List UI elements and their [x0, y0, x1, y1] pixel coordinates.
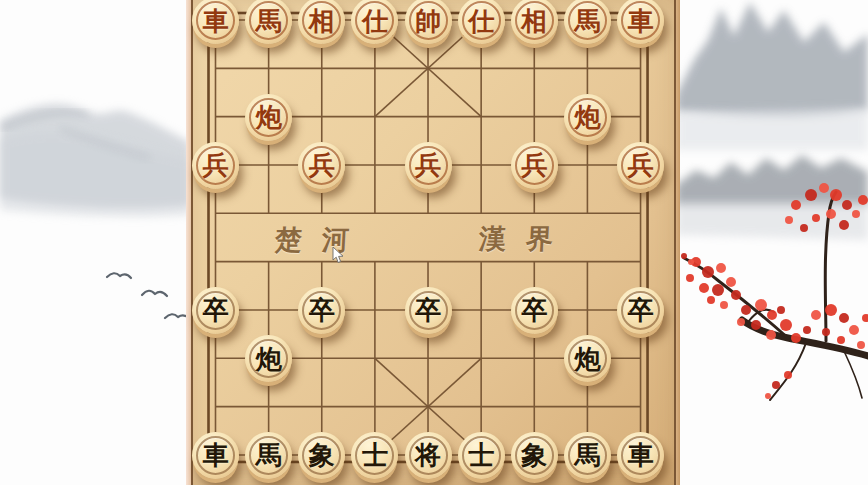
piece-character: 卒: [415, 297, 441, 323]
piece-red-兵[interactable]: 兵: [511, 142, 558, 189]
piece-character: 象: [309, 442, 335, 468]
piece-black-卒[interactable]: 卒: [405, 287, 452, 334]
piece-black-車[interactable]: 車: [192, 432, 239, 479]
plum-blossoms-icon: [681, 183, 868, 399]
piece-character: 卒: [628, 297, 654, 323]
piece-character: 兵: [415, 152, 441, 178]
river-label-chu-he: 楚河: [251, 222, 393, 258]
piece-character: 馬: [574, 8, 600, 34]
piece-character: 炮: [574, 104, 600, 130]
piece-red-兵[interactable]: 兵: [298, 142, 345, 189]
piece-black-象[interactable]: 象: [298, 432, 345, 479]
piece-red-兵[interactable]: 兵: [617, 142, 664, 189]
piece-character: 車: [628, 8, 654, 34]
piece-black-卒[interactable]: 卒: [617, 287, 664, 334]
piece-black-馬[interactable]: 馬: [564, 432, 611, 479]
piece-character: 卒: [203, 297, 229, 323]
piece-character: 帥: [415, 8, 441, 34]
piece-black-馬[interactable]: 馬: [245, 432, 292, 479]
piece-character: 仕: [362, 8, 388, 34]
piece-character: 将: [415, 442, 441, 468]
mouse-cursor-icon: [332, 247, 344, 265]
piece-black-象[interactable]: 象: [511, 432, 558, 479]
piece-character: 仕: [468, 8, 494, 34]
piece-character: 炮: [256, 346, 282, 372]
piece-character: 兵: [309, 152, 335, 178]
piece-character: 相: [309, 8, 335, 34]
river-label-han-jie: 漢界: [455, 221, 597, 257]
piece-character: 車: [203, 8, 229, 34]
plum-branch-icon: [684, 192, 868, 400]
piece-character: 相: [521, 8, 547, 34]
piece-character: 卒: [521, 297, 547, 323]
mountains-right-icon: [676, 2, 868, 240]
piece-red-仕[interactable]: 仕: [458, 0, 505, 44]
xiangqi-board[interactable]: 楚河 漢界 車馬相仕帥仕相馬車炮炮兵兵兵兵兵卒卒卒卒卒炮炮車馬象士将士象馬車: [186, 0, 680, 485]
piece-character: 士: [468, 442, 494, 468]
mountains-left-icon: [0, 104, 190, 217]
piece-black-卒[interactable]: 卒: [511, 287, 558, 334]
piece-character: 車: [628, 442, 654, 468]
left-ink-mountains-art: [0, 0, 190, 485]
piece-character: 馬: [256, 442, 282, 468]
piece-red-炮[interactable]: 炮: [245, 94, 292, 141]
piece-character: 馬: [256, 8, 282, 34]
piece-character: 車: [203, 442, 229, 468]
piece-character: 炮: [256, 104, 282, 130]
piece-character: 炮: [574, 346, 600, 372]
piece-black-士[interactable]: 士: [458, 432, 505, 479]
piece-black-将[interactable]: 将: [405, 432, 452, 479]
piece-red-相[interactable]: 相: [511, 0, 558, 44]
piece-red-兵[interactable]: 兵: [192, 142, 239, 189]
piece-character: 卒: [309, 297, 335, 323]
piece-black-車[interactable]: 車: [617, 432, 664, 479]
piece-character: 士: [362, 442, 388, 468]
piece-red-炮[interactable]: 炮: [564, 94, 611, 141]
piece-character: 兵: [628, 152, 654, 178]
piece-black-卒[interactable]: 卒: [298, 287, 345, 334]
piece-black-卒[interactable]: 卒: [192, 287, 239, 334]
piece-red-帥[interactable]: 帥: [405, 0, 452, 44]
piece-character: 馬: [574, 442, 600, 468]
piece-character: 兵: [203, 152, 229, 178]
piece-character: 象: [521, 442, 547, 468]
piece-character: 兵: [521, 152, 547, 178]
xiangqi-app-screen: { "game": "xiangqi", "orientation": "red…: [0, 0, 868, 485]
piece-black-士[interactable]: 士: [351, 432, 398, 479]
birds-icon: [107, 273, 190, 319]
right-plum-blossom-art: [676, 0, 868, 485]
piece-black-炮[interactable]: 炮: [564, 335, 611, 382]
piece-red-兵[interactable]: 兵: [405, 142, 452, 189]
